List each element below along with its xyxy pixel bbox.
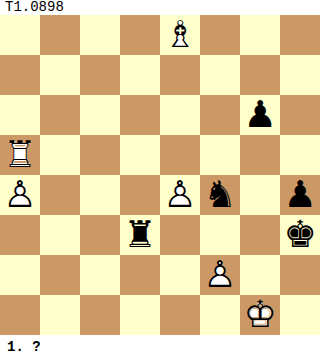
square-e2[interactable] bbox=[160, 255, 200, 295]
square-d4[interactable] bbox=[120, 175, 160, 215]
square-c8[interactable] bbox=[80, 15, 120, 55]
square-h3[interactable]: ♚ bbox=[280, 215, 320, 255]
square-g7[interactable] bbox=[240, 55, 280, 95]
white-pawn-e4[interactable]: ♟♙ bbox=[160, 175, 200, 215]
square-d6[interactable] bbox=[120, 95, 160, 135]
square-h4[interactable]: ♟ bbox=[280, 175, 320, 215]
square-d2[interactable] bbox=[120, 255, 160, 295]
square-b8[interactable] bbox=[40, 15, 80, 55]
square-f3[interactable] bbox=[200, 215, 240, 255]
piece-outline: ♙ bbox=[160, 175, 200, 215]
square-a3[interactable] bbox=[0, 215, 40, 255]
white-bishop-e8[interactable]: ♝♗ bbox=[160, 15, 200, 55]
square-d8[interactable] bbox=[120, 15, 160, 55]
white-pawn-f2[interactable]: ♟♙ bbox=[200, 255, 240, 295]
square-g2[interactable] bbox=[240, 255, 280, 295]
square-b2[interactable] bbox=[40, 255, 80, 295]
square-h2[interactable] bbox=[280, 255, 320, 295]
white-king-g1[interactable]: ♚♔ bbox=[240, 295, 280, 335]
white-pawn-a4[interactable]: ♟♙ bbox=[0, 175, 40, 215]
square-f4[interactable]: ♞ bbox=[200, 175, 240, 215]
square-g1[interactable]: ♚♔ bbox=[240, 295, 280, 335]
square-c7[interactable] bbox=[80, 55, 120, 95]
square-e5[interactable] bbox=[160, 135, 200, 175]
square-c5[interactable] bbox=[80, 135, 120, 175]
square-e1[interactable] bbox=[160, 295, 200, 335]
square-g6[interactable]: ♟ bbox=[240, 95, 280, 135]
square-g4[interactable] bbox=[240, 175, 280, 215]
square-f1[interactable] bbox=[200, 295, 240, 335]
square-e8[interactable]: ♝♗ bbox=[160, 15, 200, 55]
square-c6[interactable] bbox=[80, 95, 120, 135]
square-a1[interactable] bbox=[0, 295, 40, 335]
square-a7[interactable] bbox=[0, 55, 40, 95]
square-a5[interactable]: ♜♖ bbox=[0, 135, 40, 175]
square-d1[interactable] bbox=[120, 295, 160, 335]
square-h6[interactable] bbox=[280, 95, 320, 135]
square-b3[interactable] bbox=[40, 215, 80, 255]
black-knight-f4[interactable]: ♞ bbox=[200, 175, 240, 215]
square-c4[interactable] bbox=[80, 175, 120, 215]
move-prompt: 1. ? bbox=[7, 337, 41, 357]
black-rook-d3[interactable]: ♜ bbox=[120, 215, 160, 255]
square-a8[interactable] bbox=[0, 15, 40, 55]
square-b7[interactable] bbox=[40, 55, 80, 95]
piece-outline: ♙ bbox=[200, 255, 240, 295]
square-f5[interactable] bbox=[200, 135, 240, 175]
square-c3[interactable] bbox=[80, 215, 120, 255]
black-pawn-g6[interactable]: ♟ bbox=[240, 95, 280, 135]
piece-outline: ♔ bbox=[240, 295, 280, 335]
square-g3[interactable] bbox=[240, 215, 280, 255]
square-d7[interactable] bbox=[120, 55, 160, 95]
square-e3[interactable] bbox=[160, 215, 200, 255]
square-g8[interactable] bbox=[240, 15, 280, 55]
square-d3[interactable]: ♜ bbox=[120, 215, 160, 255]
black-pawn-h4[interactable]: ♟ bbox=[280, 175, 320, 215]
square-b6[interactable] bbox=[40, 95, 80, 135]
square-h1[interactable] bbox=[280, 295, 320, 335]
square-b1[interactable] bbox=[40, 295, 80, 335]
chess-board: ♝♗♟♜♖♟♙♟♙♞♟♜♚♟♙♚♔ bbox=[0, 15, 320, 335]
piece-outline: ♙ bbox=[0, 175, 40, 215]
black-king-h3[interactable]: ♚ bbox=[280, 215, 320, 255]
square-c2[interactable] bbox=[80, 255, 120, 295]
piece-outline: ♖ bbox=[0, 135, 40, 175]
square-e6[interactable] bbox=[160, 95, 200, 135]
square-d5[interactable] bbox=[120, 135, 160, 175]
square-b5[interactable] bbox=[40, 135, 80, 175]
square-a4[interactable]: ♟♙ bbox=[0, 175, 40, 215]
square-e4[interactable]: ♟♙ bbox=[160, 175, 200, 215]
square-f7[interactable] bbox=[200, 55, 240, 95]
white-rook-a5[interactable]: ♜♖ bbox=[0, 135, 40, 175]
square-a2[interactable] bbox=[0, 255, 40, 295]
square-g5[interactable] bbox=[240, 135, 280, 175]
square-b4[interactable] bbox=[40, 175, 80, 215]
square-h5[interactable] bbox=[280, 135, 320, 175]
square-f2[interactable]: ♟♙ bbox=[200, 255, 240, 295]
piece-outline: ♗ bbox=[160, 15, 200, 55]
square-c1[interactable] bbox=[80, 295, 120, 335]
square-e7[interactable] bbox=[160, 55, 200, 95]
puzzle-title: T1.0898 bbox=[5, 0, 64, 15]
square-h7[interactable] bbox=[280, 55, 320, 95]
square-f8[interactable] bbox=[200, 15, 240, 55]
square-a6[interactable] bbox=[0, 95, 40, 135]
square-f6[interactable] bbox=[200, 95, 240, 135]
square-h8[interactable] bbox=[280, 15, 320, 55]
